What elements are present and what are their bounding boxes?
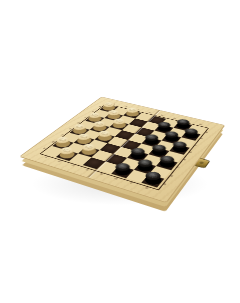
coordinate-label: 8 [138,185,156,192]
checker-glyph: ⛂ [159,122,169,127]
checker-glyph: ⛂ [161,156,173,163]
checker-glyph: ⛀ [104,102,114,106]
checker-glyph: ⛀ [94,122,105,127]
checker-glyph: ⛂ [132,148,144,154]
checker-glyph: ⛀ [89,113,99,118]
checker-glyph: ⛀ [109,110,119,115]
checker-glyph: ⛀ [99,131,110,137]
checker-glyph: ⛂ [147,172,159,179]
checker-glyph: ⛀ [127,108,137,113]
checker-glyph: ⛀ [57,137,69,143]
checker-glyph: ⛀ [74,124,85,129]
checker-glyph: ⛀ [61,148,73,154]
checker-glyph: ⛀ [83,144,95,150]
checker-glyph: ⛀ [78,134,89,140]
checker-glyph: ⛂ [174,142,185,148]
checker-glyph: ⛂ [178,120,188,125]
checker-glyph: ⛂ [139,160,151,167]
product-photo-background: 12345678 12345678 abcdefgh abcdefgh ⛀⛀⛂⛀… [0,0,240,303]
checker-glyph: ⛂ [146,135,157,141]
checker-glyph: ⛂ [153,145,164,151]
checker-glyph: ⛀ [114,119,124,124]
board-square: ⛀ [95,133,115,143]
checker-glyph: ⛂ [166,132,177,138]
checker-glyph: ⛂ [116,164,128,171]
checker-glyph: ⛂ [186,129,196,135]
